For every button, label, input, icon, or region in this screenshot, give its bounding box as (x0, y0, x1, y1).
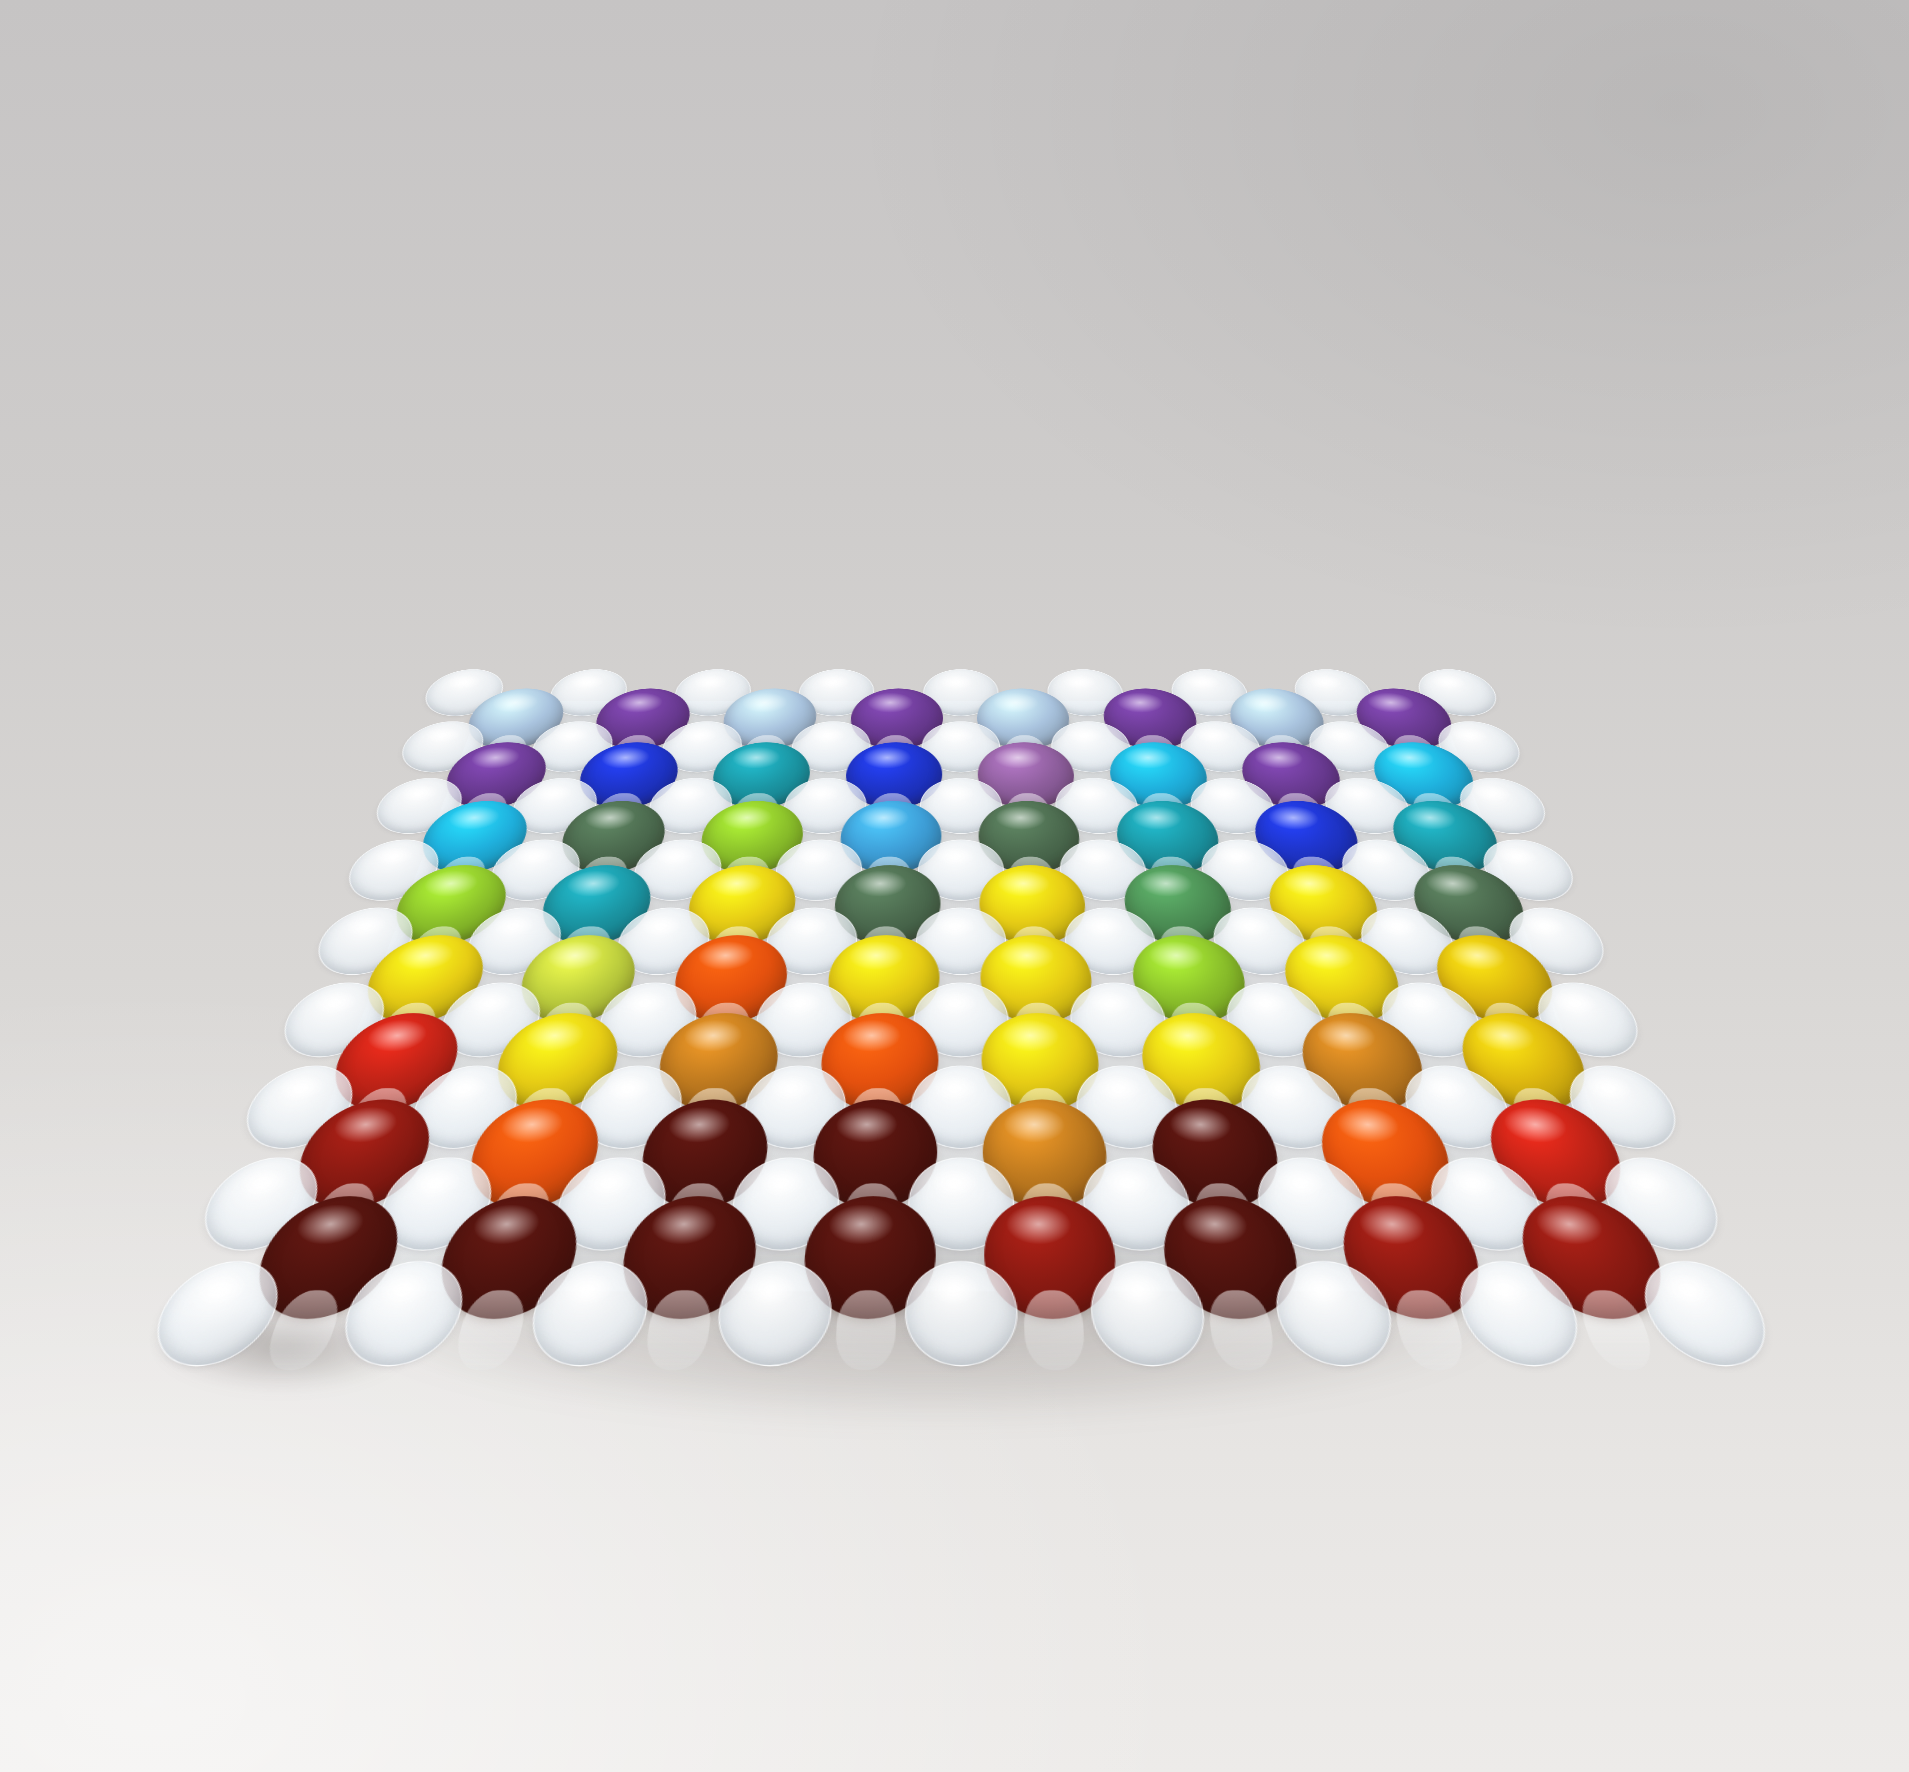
plate-scene (365, 345, 1555, 1535)
glass-plate (217, 692, 1703, 1312)
photo-background (0, 0, 1909, 1772)
clear-dot (903, 1261, 1019, 1366)
